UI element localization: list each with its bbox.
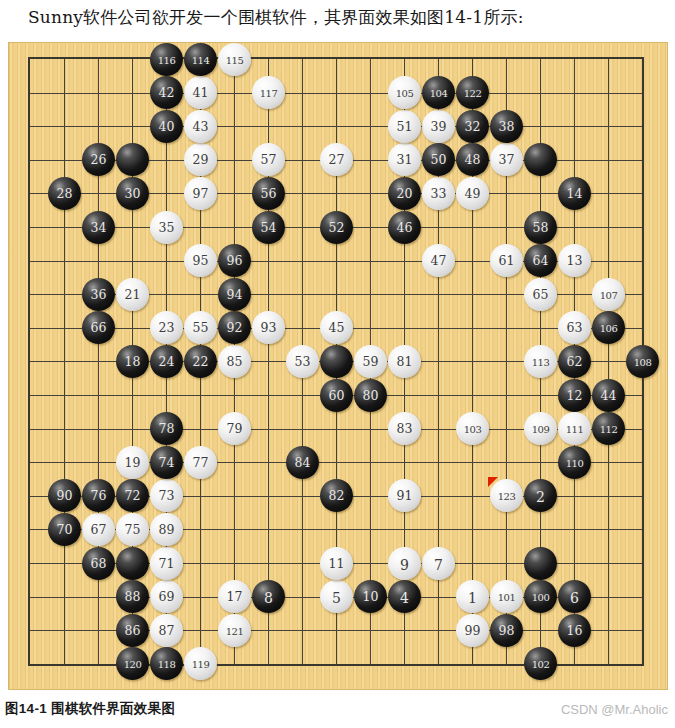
move-number: 17	[227, 591, 243, 604]
white-stone-109[interactable]: 109	[524, 412, 557, 445]
go-board[interactable]: 1245678910111213141617181920212223242627…	[8, 42, 668, 690]
white-stone-17[interactable]: 17	[218, 580, 251, 613]
white-stone-45[interactable]: 45	[320, 311, 353, 344]
move-number: 109	[532, 424, 550, 434]
move-number: 20	[397, 188, 413, 201]
black-stone-24[interactable]: 24	[150, 345, 183, 378]
black-stone-96[interactable]: 96	[218, 244, 251, 277]
black-stone-80[interactable]: 80	[354, 379, 387, 412]
move-number: 96	[227, 255, 243, 268]
last-move-marker-icon	[488, 477, 498, 487]
move-number: 1	[468, 590, 477, 604]
black-stone-16[interactable]: 16	[558, 614, 591, 647]
move-number: 90	[57, 490, 73, 503]
black-stone-88[interactable]: 88	[116, 580, 149, 613]
move-number: 95	[193, 255, 209, 268]
move-number: 69	[159, 591, 175, 604]
move-number: 104	[430, 88, 448, 98]
move-number: 38	[499, 121, 515, 134]
white-stone-63[interactable]: 63	[558, 311, 591, 344]
move-number: 76	[91, 490, 107, 503]
black-stone-68[interactable]: 68	[82, 547, 115, 580]
white-stone-107[interactable]: 107	[592, 278, 625, 311]
white-stone-47[interactable]: 47	[422, 244, 455, 277]
move-number: 97	[193, 188, 209, 201]
move-number: 83	[397, 423, 413, 436]
black-stone-46[interactable]: 46	[388, 211, 421, 244]
move-number: 100	[532, 592, 550, 602]
move-number: 67	[91, 524, 107, 537]
black-stone-36[interactable]: 36	[82, 278, 115, 311]
move-number: 19	[125, 457, 141, 470]
white-stone-79[interactable]: 79	[218, 412, 251, 445]
move-number: 31	[397, 154, 413, 167]
move-number: 27	[329, 154, 345, 167]
black-stone-12[interactable]: 12	[558, 379, 591, 412]
move-number: 14	[567, 188, 583, 201]
move-number: 58	[533, 222, 549, 235]
black-stone-102[interactable]: 102	[524, 647, 557, 680]
move-number: 5	[332, 590, 341, 604]
move-number: 63	[567, 322, 583, 335]
move-number: 6	[570, 590, 579, 604]
move-number: 55	[193, 322, 209, 335]
move-number: 22	[193, 356, 209, 369]
black-stone-6[interactable]: 6	[558, 580, 591, 613]
move-number: 119	[192, 659, 210, 669]
white-stone-33[interactable]: 33	[422, 177, 455, 210]
move-number: 7	[434, 557, 443, 571]
white-stone-21[interactable]: 21	[116, 278, 149, 311]
move-number: 57	[261, 154, 277, 167]
move-number: 120	[124, 659, 142, 669]
move-number: 101	[498, 592, 516, 602]
black-stone-106[interactable]: 106	[592, 311, 625, 344]
black-stone-52[interactable]: 52	[320, 211, 353, 244]
white-stone-51[interactable]: 51	[388, 110, 421, 143]
black-stone-66[interactable]: 66	[82, 311, 115, 344]
move-number: 61	[499, 255, 515, 268]
move-number: 35	[159, 222, 175, 235]
white-stone-53[interactable]: 53	[286, 345, 319, 378]
move-number: 84	[295, 457, 311, 470]
move-number: 85	[227, 356, 243, 369]
black-stone-32[interactable]: 32	[456, 110, 489, 143]
white-stone-9[interactable]: 9	[388, 547, 421, 580]
black-stone-30[interactable]: 30	[116, 177, 149, 210]
move-number: 46	[397, 222, 413, 235]
white-stone-29[interactable]: 29	[184, 143, 217, 176]
move-number: 122	[464, 88, 482, 98]
move-number: 91	[397, 490, 413, 503]
move-number: 71	[159, 558, 175, 571]
move-number: 37	[499, 154, 515, 167]
move-number: 40	[159, 121, 175, 134]
move-number: 81	[397, 356, 413, 369]
black-stone-82[interactable]: 82	[320, 479, 353, 512]
move-number: 62	[567, 356, 583, 369]
black-stone-100[interactable]: 100	[524, 580, 557, 613]
move-number: 45	[329, 322, 345, 335]
move-number: 112	[600, 424, 618, 434]
white-stone-57[interactable]: 57	[252, 143, 285, 176]
white-stone-41[interactable]: 41	[184, 76, 217, 109]
black-stone-90[interactable]: 90	[48, 479, 81, 512]
move-number: 52	[329, 222, 345, 235]
move-number: 56	[261, 188, 277, 201]
black-stone-28[interactable]: 28	[48, 177, 81, 210]
white-stone-85[interactable]: 85	[218, 345, 251, 378]
move-number: 42	[159, 87, 175, 100]
move-number: 13	[567, 255, 583, 268]
white-stone-7[interactable]: 7	[422, 547, 455, 580]
move-number: 43	[193, 121, 209, 134]
black-stone-112[interactable]: 112	[592, 412, 625, 445]
black-stone-2[interactable]: 2	[524, 479, 557, 512]
white-stone-55[interactable]: 55	[184, 311, 217, 344]
move-number: 88	[125, 591, 141, 604]
white-stone-105[interactable]: 105	[388, 76, 421, 109]
white-stone-69[interactable]: 69	[150, 580, 183, 613]
black-stone-18[interactable]: 18	[116, 345, 149, 378]
black-stone-26[interactable]: 26	[82, 143, 115, 176]
white-stone-23[interactable]: 23	[150, 311, 183, 344]
white-stone-91[interactable]: 91	[388, 479, 421, 512]
move-number: 74	[159, 457, 175, 470]
white-stone-75[interactable]: 75	[116, 513, 149, 546]
black-stone-58[interactable]: 58	[524, 211, 557, 244]
black-stone-70[interactable]: 70	[48, 513, 81, 546]
white-stone-81[interactable]: 81	[388, 345, 421, 378]
move-number: 53	[295, 356, 311, 369]
black-stone-116[interactable]: 116	[150, 43, 183, 76]
move-number: 94	[227, 289, 243, 302]
move-number: 123	[498, 491, 516, 501]
page-title: Sunny软件公司欲开发一个围棋软件，其界面效果如图14-1所示:	[28, 6, 658, 29]
move-number: 26	[91, 154, 107, 167]
watermark: CSDN @Mr.Aholic	[561, 702, 668, 717]
black-stone-48[interactable]: 48	[456, 143, 489, 176]
black-stone-86[interactable]: 86	[116, 614, 149, 647]
white-stone-115[interactable]: 115	[218, 43, 251, 76]
move-number: 30	[125, 188, 141, 201]
move-number: 21	[125, 289, 141, 302]
move-number: 86	[125, 625, 141, 638]
black-stone-44[interactable]: 44	[592, 379, 625, 412]
white-stone-43[interactable]: 43	[184, 110, 217, 143]
move-number: 50	[431, 154, 447, 167]
black-stone-108[interactable]: 108	[626, 345, 659, 378]
move-number: 108	[634, 357, 652, 367]
move-number: 4	[400, 590, 409, 604]
move-number: 60	[329, 390, 345, 403]
move-number: 49	[465, 188, 481, 201]
white-stone-35[interactable]: 35	[150, 211, 183, 244]
black-stone-94[interactable]: 94	[218, 278, 251, 311]
black-stone-110[interactable]: 110	[558, 446, 591, 479]
move-number: 11	[329, 558, 345, 571]
star-point-dot	[116, 143, 149, 176]
white-stone-77[interactable]: 77	[184, 446, 217, 479]
move-number: 12	[567, 390, 583, 403]
white-stone-5[interactable]: 5	[320, 580, 353, 613]
move-number: 68	[91, 558, 107, 571]
move-number: 79	[227, 423, 243, 436]
move-number: 78	[159, 423, 175, 436]
grid-line-vertical	[608, 59, 609, 664]
black-stone-20[interactable]: 20	[388, 177, 421, 210]
white-stone-117[interactable]: 117	[252, 76, 285, 109]
black-stone-10[interactable]: 10	[354, 580, 387, 613]
move-number: 34	[91, 222, 107, 235]
move-number: 10	[363, 591, 379, 604]
black-stone-8[interactable]: 8	[252, 580, 285, 613]
move-number: 29	[193, 154, 209, 167]
move-number: 28	[57, 188, 73, 201]
move-number: 75	[125, 524, 141, 537]
star-point-dot	[320, 345, 353, 378]
white-stone-11[interactable]: 11	[320, 547, 353, 580]
white-stone-89[interactable]: 89	[150, 513, 183, 546]
black-stone-38[interactable]: 38	[490, 110, 523, 143]
move-number: 98	[499, 625, 515, 638]
white-stone-123[interactable]: 123	[490, 479, 523, 512]
black-stone-54[interactable]: 54	[252, 211, 285, 244]
move-number: 82	[329, 490, 345, 503]
white-stone-37[interactable]: 37	[490, 143, 523, 176]
white-stone-95[interactable]: 95	[184, 244, 217, 277]
move-number: 111	[566, 424, 584, 434]
move-number: 8	[264, 590, 273, 604]
black-stone-14[interactable]: 14	[558, 177, 591, 210]
move-number: 44	[601, 390, 617, 403]
move-number: 65	[533, 289, 549, 302]
move-number: 39	[431, 121, 447, 134]
move-number: 33	[431, 188, 447, 201]
move-number: 105	[396, 88, 414, 98]
black-stone-74[interactable]: 74	[150, 446, 183, 479]
move-number: 32	[465, 121, 481, 134]
move-number: 66	[91, 322, 107, 335]
move-number: 59	[363, 356, 379, 369]
move-number: 103	[464, 424, 482, 434]
white-stone-93[interactable]: 93	[252, 311, 285, 344]
black-stone-56[interactable]: 56	[252, 177, 285, 210]
move-number: 92	[227, 322, 243, 335]
white-stone-121[interactable]: 121	[218, 614, 251, 647]
white-stone-49[interactable]: 49	[456, 177, 489, 210]
white-stone-19[interactable]: 19	[116, 446, 149, 479]
white-stone-13[interactable]: 13	[558, 244, 591, 277]
black-stone-104[interactable]: 104	[422, 76, 455, 109]
move-number: 113	[532, 357, 550, 367]
star-point-dot	[116, 547, 149, 580]
move-number: 107	[600, 290, 618, 300]
move-number: 118	[158, 659, 176, 669]
black-stone-64[interactable]: 64	[524, 244, 557, 277]
white-stone-97[interactable]: 97	[184, 177, 217, 210]
white-stone-71[interactable]: 71	[150, 547, 183, 580]
white-stone-39[interactable]: 39	[422, 110, 455, 143]
move-number: 77	[193, 457, 209, 470]
star-point-dot	[524, 547, 557, 580]
black-stone-98[interactable]: 98	[490, 614, 523, 647]
move-number: 121	[226, 626, 244, 636]
move-number: 54	[261, 222, 277, 235]
move-number: 18	[125, 356, 141, 369]
move-number: 106	[600, 323, 618, 333]
white-stone-119[interactable]: 119	[184, 647, 217, 680]
move-number: 115	[226, 55, 244, 65]
white-stone-1[interactable]: 1	[456, 580, 489, 613]
black-stone-62[interactable]: 62	[558, 345, 591, 378]
star-point-dot	[524, 143, 557, 176]
footer: 图14-1 围棋软件界面效果图 CSDN @Mr.Aholic	[0, 697, 675, 723]
black-stone-76[interactable]: 76	[82, 479, 115, 512]
move-number: 110	[566, 458, 584, 468]
black-stone-114[interactable]: 114	[184, 43, 217, 76]
black-stone-120[interactable]: 120	[116, 647, 149, 680]
white-stone-59[interactable]: 59	[354, 345, 387, 378]
move-number: 93	[261, 322, 277, 335]
white-stone-103[interactable]: 103	[456, 412, 489, 445]
white-stone-113[interactable]: 113	[524, 345, 557, 378]
white-stone-31[interactable]: 31	[388, 143, 421, 176]
white-stone-65[interactable]: 65	[524, 278, 557, 311]
move-number: 89	[159, 524, 175, 537]
move-number: 73	[159, 490, 175, 503]
white-stone-27[interactable]: 27	[320, 143, 353, 176]
white-stone-111[interactable]: 111	[558, 412, 591, 445]
black-stone-78[interactable]: 78	[150, 412, 183, 445]
figure-caption: 图14-1 围棋软件界面效果图	[5, 700, 175, 718]
move-number: 64	[533, 255, 549, 268]
move-number: 23	[159, 322, 175, 335]
black-stone-40[interactable]: 40	[150, 110, 183, 143]
black-stone-42[interactable]: 42	[150, 76, 183, 109]
move-number: 48	[465, 154, 481, 167]
white-stone-87[interactable]: 87	[150, 614, 183, 647]
white-stone-67[interactable]: 67	[82, 513, 115, 546]
move-number: 16	[567, 625, 583, 638]
move-number: 9	[400, 557, 409, 571]
move-number: 114	[192, 55, 210, 65]
move-number: 116	[158, 55, 176, 65]
move-number: 102	[532, 659, 550, 669]
move-number: 70	[57, 524, 73, 537]
move-number: 72	[125, 490, 141, 503]
move-number: 47	[431, 255, 447, 268]
move-number: 80	[363, 390, 379, 403]
white-stone-61[interactable]: 61	[490, 244, 523, 277]
move-number: 36	[91, 289, 107, 302]
move-number: 2	[536, 489, 545, 503]
black-stone-50[interactable]: 50	[422, 143, 455, 176]
move-number: 41	[193, 87, 209, 100]
black-stone-72[interactable]: 72	[116, 479, 149, 512]
white-stone-83[interactable]: 83	[388, 412, 421, 445]
black-stone-4[interactable]: 4	[388, 580, 421, 613]
white-stone-101[interactable]: 101	[490, 580, 523, 613]
black-stone-84[interactable]: 84	[286, 446, 319, 479]
move-number: 24	[159, 356, 175, 369]
white-stone-73[interactable]: 73	[150, 479, 183, 512]
black-stone-92[interactable]: 92	[218, 311, 251, 344]
black-stone-118[interactable]: 118	[150, 647, 183, 680]
move-number: 99	[465, 625, 481, 638]
move-number: 87	[159, 625, 175, 638]
move-number: 117	[260, 88, 278, 98]
black-stone-34[interactable]: 34	[82, 211, 115, 244]
white-stone-99[interactable]: 99	[456, 614, 489, 647]
black-stone-122[interactable]: 122	[456, 76, 489, 109]
black-stone-22[interactable]: 22	[184, 345, 217, 378]
black-stone-60[interactable]: 60	[320, 379, 353, 412]
move-number: 51	[397, 121, 413, 134]
